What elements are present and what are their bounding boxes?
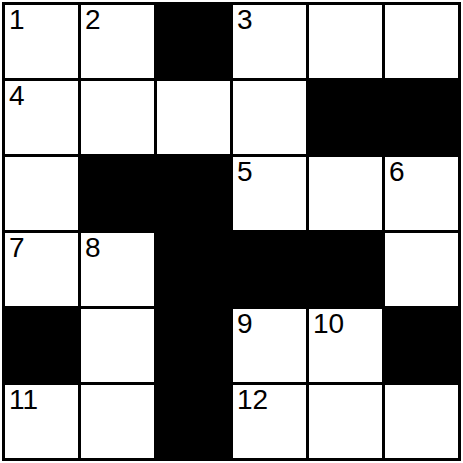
cell-r5c3[interactable]: 12 xyxy=(233,385,306,458)
cell-r5c5[interactable] xyxy=(385,385,458,458)
cell-r1c3[interactable] xyxy=(233,81,306,154)
block-cell-r2c1 xyxy=(81,157,154,230)
cell-r0c1[interactable]: 2 xyxy=(81,5,154,78)
block-cell-r3c2 xyxy=(157,233,230,306)
clue-number: 3 xyxy=(237,5,253,35)
clue-number: 9 xyxy=(237,309,253,339)
block-cell-r4c0 xyxy=(5,309,78,382)
clue-number: 1 xyxy=(9,5,25,35)
block-cell-r5c2 xyxy=(157,385,230,458)
cell-r4c4[interactable]: 10 xyxy=(309,309,382,382)
cell-r4c3[interactable]: 9 xyxy=(233,309,306,382)
block-cell-r1c4 xyxy=(309,81,382,154)
cell-r3c1[interactable]: 8 xyxy=(81,233,154,306)
clue-number: 12 xyxy=(237,385,268,415)
cell-r2c5[interactable]: 6 xyxy=(385,157,458,230)
cell-r0c5[interactable] xyxy=(385,5,458,78)
cell-r2c0[interactable] xyxy=(5,157,78,230)
clue-number: 8 xyxy=(85,233,101,263)
cell-r3c0[interactable]: 7 xyxy=(5,233,78,306)
clue-number: 7 xyxy=(9,233,25,263)
cell-r2c3[interactable]: 5 xyxy=(233,157,306,230)
crossword-grid: 123456789101112 xyxy=(2,2,461,461)
block-cell-r2c2 xyxy=(157,157,230,230)
block-cell-r4c2 xyxy=(157,309,230,382)
block-cell-r0c2 xyxy=(157,5,230,78)
cell-r0c0[interactable]: 1 xyxy=(5,5,78,78)
clue-number: 2 xyxy=(85,5,101,35)
cell-r0c3[interactable]: 3 xyxy=(233,5,306,78)
cell-r1c2[interactable] xyxy=(157,81,230,154)
clue-number: 6 xyxy=(389,157,405,187)
block-cell-r4c5 xyxy=(385,309,458,382)
cell-r2c4[interactable] xyxy=(309,157,382,230)
block-cell-r3c3 xyxy=(233,233,306,306)
cell-r5c4[interactable] xyxy=(309,385,382,458)
clue-number: 5 xyxy=(237,157,253,187)
block-cell-r1c5 xyxy=(385,81,458,154)
clue-number: 10 xyxy=(313,309,344,339)
clue-number: 4 xyxy=(9,81,25,111)
cell-r5c0[interactable]: 11 xyxy=(5,385,78,458)
cell-r1c0[interactable]: 4 xyxy=(5,81,78,154)
cell-r4c1[interactable] xyxy=(81,309,154,382)
block-cell-r3c4 xyxy=(309,233,382,306)
cell-r0c4[interactable] xyxy=(309,5,382,78)
clue-number: 11 xyxy=(9,385,38,415)
cell-r1c1[interactable] xyxy=(81,81,154,154)
cell-r5c1[interactable] xyxy=(81,385,154,458)
cell-r3c5[interactable] xyxy=(385,233,458,306)
